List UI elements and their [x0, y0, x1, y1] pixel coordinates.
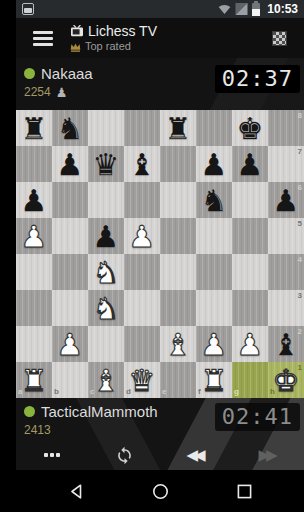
- piece-black-rook: ♜: [16, 110, 52, 146]
- square-g4[interactable]: [232, 254, 268, 290]
- square-a5[interactable]: ♟: [16, 218, 52, 254]
- channel-subtitle: Top rated: [85, 40, 131, 53]
- square-a6[interactable]: ♟: [16, 182, 52, 218]
- status-time: 10:53: [267, 2, 298, 16]
- home-icon: [152, 483, 169, 500]
- recents-button[interactable]: [232, 479, 256, 503]
- square-g7[interactable]: ♟: [232, 146, 268, 182]
- coord-file-b: b: [54, 388, 59, 396]
- bottom-section: TacticalMammoth 2413 02:41 ◀◀ ▶▶: [16, 398, 304, 470]
- square-h1[interactable]: ♚h1: [268, 362, 304, 398]
- recents-icon: [236, 483, 253, 500]
- square-e7[interactable]: [160, 146, 196, 182]
- square-b3[interactable]: [52, 290, 88, 326]
- controls-bar: ◀◀ ▶▶: [16, 440, 304, 470]
- piece-white-pawn: ♟: [52, 326, 88, 362]
- coord-file-c: c: [90, 388, 94, 396]
- piece-black-pawn: ♟: [232, 146, 268, 182]
- rewind-button[interactable]: ◀◀: [160, 440, 232, 470]
- square-g1[interactable]: g: [232, 362, 268, 398]
- square-c5[interactable]: ♟: [88, 218, 124, 254]
- piece-white-pawn: ♟: [124, 218, 160, 254]
- coord-file-a: a: [18, 388, 22, 396]
- square-f3[interactable]: [196, 290, 232, 326]
- square-h2[interactable]: ♝2: [268, 326, 304, 362]
- square-a2[interactable]: [16, 326, 52, 362]
- piece-black-bishop: ♝: [124, 146, 160, 182]
- square-a3[interactable]: [16, 290, 52, 326]
- player-bottom-white: TacticalMammoth 2413 02:41: [16, 398, 304, 440]
- square-d5[interactable]: ♟: [124, 218, 160, 254]
- square-d8[interactable]: [124, 110, 160, 146]
- square-e8[interactable]: ♜: [160, 110, 196, 146]
- back-button[interactable]: [64, 479, 88, 503]
- square-g2[interactable]: ♟: [232, 326, 268, 362]
- square-h7[interactable]: 7: [268, 146, 304, 182]
- piece-black-queen: ♛: [88, 146, 124, 182]
- square-e4[interactable]: [160, 254, 196, 290]
- coord-rank-5: 5: [298, 220, 302, 228]
- online-indicator: [24, 406, 35, 417]
- square-d7[interactable]: ♝: [124, 146, 160, 182]
- square-e6[interactable]: [160, 182, 196, 218]
- coord-rank-8: 8: [298, 112, 302, 120]
- player-rating: 2413: [24, 423, 51, 437]
- square-b2[interactable]: ♟: [52, 326, 88, 362]
- back-icon: [68, 483, 85, 500]
- piece-white-rook: ♜: [196, 362, 232, 398]
- forward-button[interactable]: ▶▶: [232, 440, 304, 470]
- square-d1[interactable]: ♛d: [124, 362, 160, 398]
- coord-file-h: h: [270, 388, 275, 396]
- screenshot-icon: [22, 3, 34, 15]
- square-c7[interactable]: ♛: [88, 146, 124, 182]
- coord-rank-7: 7: [298, 148, 302, 156]
- fast-forward-icon: ▶▶: [258, 446, 277, 464]
- square-f8[interactable]: [196, 110, 232, 146]
- piece-black-rook: ♜: [160, 110, 196, 146]
- status-bar: 10:53: [16, 0, 304, 18]
- clock-white: 02:41: [215, 403, 300, 431]
- chess-board: ♜♞♜♚8♟♛♝♟♟7♟♞♟6♟♟♟5♞4♞3♟♝♟♟♝2♜ab♝c♛de♜fg…: [16, 110, 304, 398]
- coord-rank-1: 1: [298, 364, 302, 372]
- square-c4[interactable]: ♞: [88, 254, 124, 290]
- home-button[interactable]: [148, 479, 172, 503]
- square-g5[interactable]: [232, 218, 268, 254]
- square-f2[interactable]: ♟: [196, 326, 232, 362]
- sync-button[interactable]: [88, 440, 160, 470]
- phone-screen: 10:53 Lichess TV Top rated: [16, 0, 304, 512]
- battery-icon: [252, 3, 260, 16]
- rewind-icon: ◀◀: [186, 446, 205, 464]
- coord-file-e: e: [162, 388, 166, 396]
- square-f1[interactable]: ♜f: [196, 362, 232, 398]
- piece-black-knight: ♞: [196, 182, 232, 218]
- android-nav-bar: [16, 470, 304, 512]
- clock-black: 02:37: [215, 65, 300, 93]
- square-b1[interactable]: b: [52, 362, 88, 398]
- square-d6[interactable]: [124, 182, 160, 218]
- square-a8[interactable]: ♜: [16, 110, 52, 146]
- page-title: Lichess TV: [88, 23, 157, 39]
- piece-black-pawn: ♟: [52, 146, 88, 182]
- piece-white-pawn: ♟: [232, 326, 268, 362]
- coord-file-d: d: [126, 388, 131, 396]
- square-e1[interactable]: e: [160, 362, 196, 398]
- app-bar: Lichess TV Top rated: [16, 18, 304, 58]
- piece-black-knight: ♞: [52, 110, 88, 146]
- square-e3[interactable]: [160, 290, 196, 326]
- square-f5[interactable]: [196, 218, 232, 254]
- square-d3[interactable]: [124, 290, 160, 326]
- square-f6[interactable]: ♞: [196, 182, 232, 218]
- square-e5[interactable]: [160, 218, 196, 254]
- piece-white-knight: ♞: [88, 254, 124, 290]
- square-c1[interactable]: ♝c: [88, 362, 124, 398]
- square-h6[interactable]: ♟6: [268, 182, 304, 218]
- piece-black-pawn: ♟: [16, 182, 52, 218]
- square-c8[interactable]: [88, 110, 124, 146]
- piece-white-bishop: ♝: [160, 326, 196, 362]
- piece-white-knight: ♞: [88, 290, 124, 326]
- wifi-icon: [218, 3, 231, 15]
- square-h4[interactable]: 4: [268, 254, 304, 290]
- online-indicator: [24, 68, 35, 79]
- piece-black-king: ♚: [232, 110, 268, 146]
- signal-icon: [235, 3, 248, 15]
- square-a1[interactable]: ♜a: [16, 362, 52, 398]
- piece-white-pawn: ♟: [16, 218, 52, 254]
- player-rating: 2254: [24, 85, 51, 99]
- more-icon: [44, 453, 60, 457]
- square-d4[interactable]: [124, 254, 160, 290]
- checkerboard-icon[interactable]: [264, 23, 294, 53]
- square-f4[interactable]: [196, 254, 232, 290]
- square-h3[interactable]: 3: [268, 290, 304, 326]
- square-b6[interactable]: [52, 182, 88, 218]
- player-top-black: Nakaaa 2254 ♟ 02:37: [16, 58, 304, 110]
- square-h8[interactable]: 8: [268, 110, 304, 146]
- coord-rank-3: 3: [298, 292, 302, 300]
- crown-icon: [70, 42, 81, 52]
- more-button[interactable]: [16, 440, 88, 470]
- square-b7[interactable]: ♟: [52, 146, 88, 182]
- square-c2[interactable]: [88, 326, 124, 362]
- piece-white-pawn: ♟: [196, 326, 232, 362]
- tv-icon: [70, 25, 84, 37]
- material-advantage-pawn-icon: ♟: [56, 86, 68, 99]
- square-g3[interactable]: [232, 290, 268, 326]
- square-f7[interactable]: ♟: [196, 146, 232, 182]
- coord-rank-6: 6: [298, 184, 302, 192]
- square-b4[interactable]: [52, 254, 88, 290]
- player-name: Nakaaa: [41, 65, 93, 82]
- coord-file-f: f: [198, 388, 201, 396]
- player-name: TacticalMammoth: [41, 403, 158, 420]
- square-g8[interactable]: ♚: [232, 110, 268, 146]
- square-b8[interactable]: ♞: [52, 110, 88, 146]
- square-c6[interactable]: [88, 182, 124, 218]
- square-b5[interactable]: [52, 218, 88, 254]
- coord-rank-2: 2: [298, 328, 302, 336]
- square-a7[interactable]: [16, 146, 52, 182]
- square-c3[interactable]: ♞: [88, 290, 124, 326]
- square-h5[interactable]: 5: [268, 218, 304, 254]
- menu-icon[interactable]: [26, 21, 60, 55]
- square-a4[interactable]: [16, 254, 52, 290]
- square-d2[interactable]: [124, 326, 160, 362]
- coord-rank-4: 4: [298, 256, 302, 264]
- square-e2[interactable]: ♝: [160, 326, 196, 362]
- piece-black-pawn: ♟: [88, 218, 124, 254]
- sync-icon: [115, 446, 134, 465]
- square-g6[interactable]: [232, 182, 268, 218]
- piece-black-pawn: ♟: [196, 146, 232, 182]
- coord-file-g: g: [234, 388, 239, 396]
